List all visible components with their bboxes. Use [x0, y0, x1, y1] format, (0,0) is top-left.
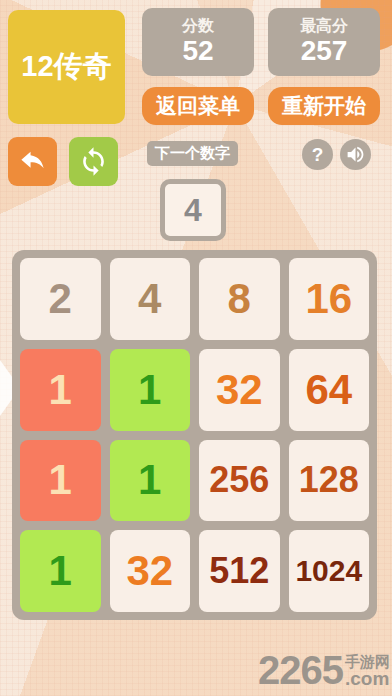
tile-r1c4: 16	[289, 258, 370, 340]
best-score-value: 257	[301, 35, 348, 67]
undo-icon	[17, 146, 48, 177]
watermark-2265: 2265 手游网 .com	[258, 652, 390, 688]
help-button[interactable]: ?	[302, 139, 333, 170]
watermark-site-name: 手游网	[345, 654, 390, 669]
score-value: 52	[182, 35, 213, 67]
tile-r4c1: 1	[20, 530, 101, 612]
tile-r2c2: 1	[110, 349, 191, 431]
tile-r2c3: 32	[199, 349, 280, 431]
game-board[interactable]: 2 4 8 16 1 1 32 64 1 1 256 128 1 32 512 …	[12, 250, 377, 620]
tile-r1c3: 8	[199, 258, 280, 340]
app-title: 12传奇	[21, 47, 111, 87]
back-to-menu-button[interactable]: 返回菜单	[142, 87, 254, 125]
score-panel: 分数 52	[142, 8, 254, 76]
sound-button[interactable]	[340, 139, 371, 170]
tile-r4c4: 1024	[289, 530, 370, 612]
next-number-label: 下一个数字	[147, 141, 238, 166]
best-score-panel: 最高分 257	[268, 8, 380, 76]
tile-r3c4: 128	[289, 440, 370, 522]
watermark-suffix: .com	[345, 669, 389, 688]
next-number-label-text: 下一个数字	[155, 144, 230, 163]
tile-r2c1: 1	[20, 349, 101, 431]
next-number-tile: 4	[160, 179, 226, 241]
question-mark-icon: ?	[312, 144, 324, 166]
tile-r4c3: 512	[199, 530, 280, 612]
tile-r4c2: 32	[110, 530, 191, 612]
tile-r3c3: 256	[199, 440, 280, 522]
next-number-value: 4	[184, 192, 202, 229]
score-label: 分数	[182, 17, 214, 35]
app-logo: 12传奇	[8, 10, 125, 124]
refresh-icon	[78, 146, 109, 177]
refresh-button[interactable]	[69, 137, 118, 186]
watermark-number: 2265	[258, 652, 343, 688]
speaker-icon	[345, 144, 366, 165]
tile-r3c2: 1	[110, 440, 191, 522]
game-screen: 12传奇 分数 52 最高分 257 返回菜单 重新开始 下一个数字 4 ? 2	[0, 0, 392, 696]
tile-r1c2: 4	[110, 258, 191, 340]
best-score-label: 最高分	[300, 17, 348, 35]
tile-r2c4: 64	[289, 349, 370, 431]
restart-button[interactable]: 重新开始	[268, 87, 380, 125]
undo-button[interactable]	[8, 137, 57, 186]
tile-r3c1: 1	[20, 440, 101, 522]
tile-r1c1: 2	[20, 258, 101, 340]
